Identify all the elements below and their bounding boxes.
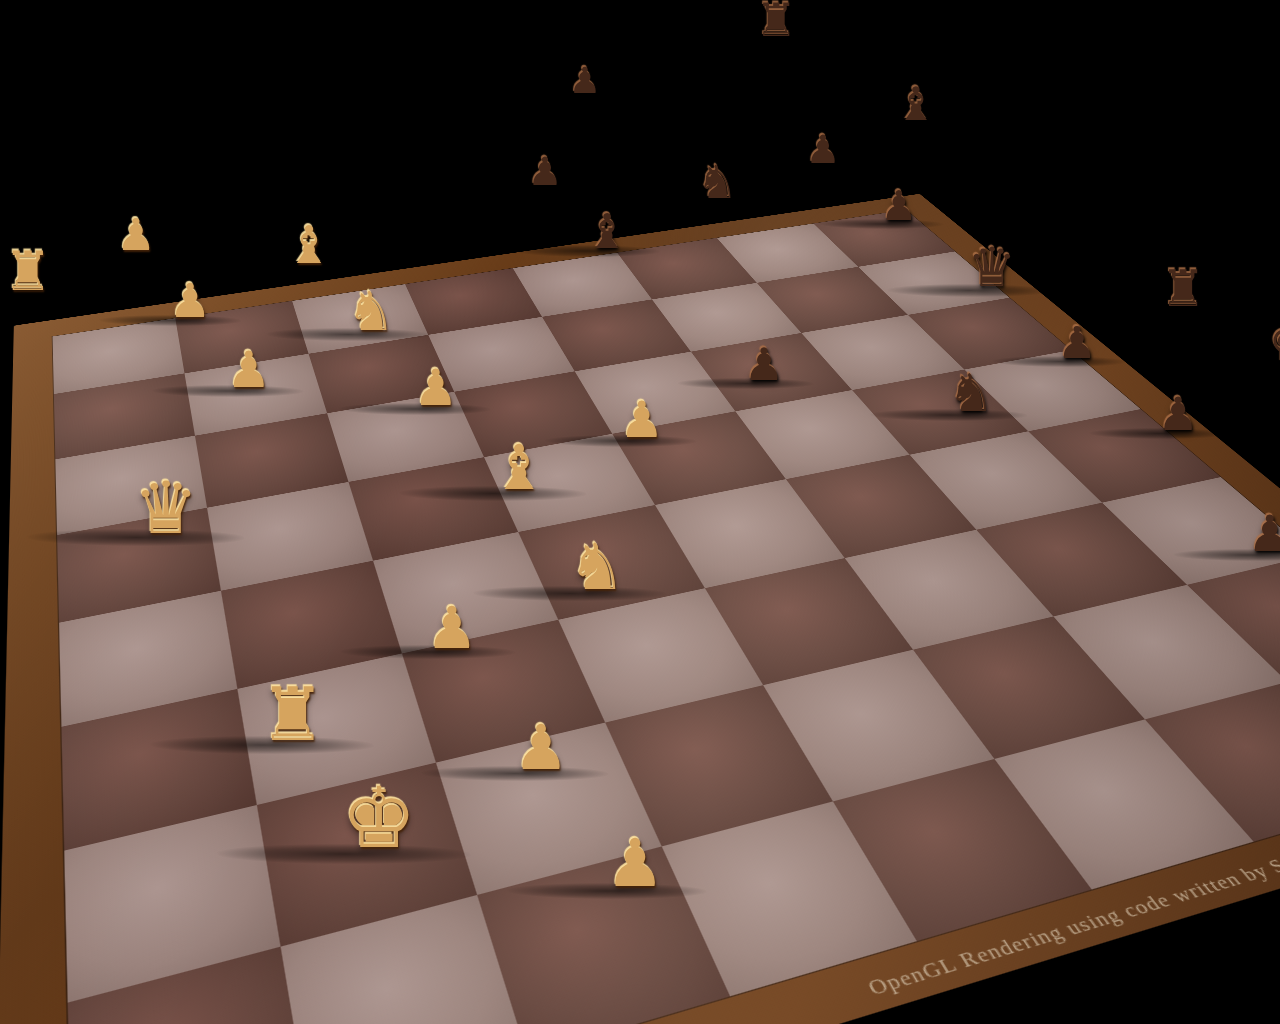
black-queen-glyph: ♛ xyxy=(938,241,1046,295)
piece-white-pawn-e4[interactable]: ♟ xyxy=(592,395,692,445)
black-pawn-glyph: ♟ xyxy=(1033,321,1121,365)
piece-black-pawn-b5[interactable]: ♟ xyxy=(506,152,584,191)
piece-white-pawn-g2[interactable]: ♟ xyxy=(479,717,603,779)
black-pawn-glyph: ♟ xyxy=(506,152,584,191)
black-rook-glyph: ♜ xyxy=(730,0,822,43)
piece-white-pawn-d3[interactable]: ♟ xyxy=(386,363,486,413)
white-pawn-glyph: ♟ xyxy=(199,345,299,395)
white-pawn-glyph: ♟ xyxy=(92,213,180,257)
black-pawn-glyph: ♟ xyxy=(1132,391,1224,437)
white-pawn-glyph: ♟ xyxy=(386,363,486,413)
black-pawn-glyph: ♟ xyxy=(1220,509,1280,559)
black-pawn-glyph: ♟ xyxy=(719,342,809,387)
piece-black-pawn-f7[interactable]: ♟ xyxy=(1033,321,1121,365)
piece-white-rook-b1[interactable]: ♜ xyxy=(0,245,82,299)
piece-white-pawn-b2[interactable]: ♟ xyxy=(143,277,237,324)
piece-black-pawn-h6[interactable]: ♟ xyxy=(1220,509,1280,559)
black-knight-glyph: ♞ xyxy=(671,159,763,205)
white-rook-glyph: ♜ xyxy=(0,245,82,299)
black-king-glyph: ♚ xyxy=(1237,315,1280,371)
piece-black-rook-f8[interactable]: ♜ xyxy=(1133,264,1233,314)
piece-white-pawn-f2[interactable]: ♟ xyxy=(394,599,510,657)
white-king-glyph: ♚ xyxy=(295,776,463,860)
piece-black-bishop-c5[interactable]: ♝ xyxy=(559,207,655,255)
piece-white-knight-f3[interactable]: ♞ xyxy=(533,535,661,599)
black-bishop-glyph: ♝ xyxy=(559,207,655,255)
piece-white-pawn-a2[interactable]: ♟ xyxy=(92,213,180,257)
white-pawn-glyph: ♟ xyxy=(592,395,692,445)
piece-white-queen-d1[interactable]: ♛ xyxy=(94,472,238,544)
piece-black-pawn-d7[interactable]: ♟ xyxy=(858,186,940,227)
piece-white-knight-c3[interactable]: ♞ xyxy=(317,285,425,339)
piece-black-bishop-c8[interactable]: ♝ xyxy=(870,81,962,127)
piece-black-king-g8[interactable]: ♚ xyxy=(1237,315,1280,371)
black-pawn-glyph: ♟ xyxy=(549,63,621,99)
white-pawn-glyph: ♟ xyxy=(394,599,510,657)
piece-black-pawn-g7[interactable]: ♟ xyxy=(1132,391,1224,437)
piece-white-bishop-b3[interactable]: ♝ xyxy=(257,219,361,271)
white-pawn-glyph: ♟ xyxy=(569,831,701,897)
white-bishop-glyph: ♝ xyxy=(257,219,361,271)
black-pawn-glyph: ♟ xyxy=(858,186,940,227)
piece-black-pawn-c7[interactable]: ♟ xyxy=(784,130,862,169)
white-pawn-glyph: ♟ xyxy=(143,277,237,324)
white-knight-glyph: ♞ xyxy=(533,535,661,599)
white-rook-glyph: ♜ xyxy=(219,677,367,751)
piece-white-king-g1[interactable]: ♚ xyxy=(295,776,463,860)
piece-black-pawn-a6[interactable]: ♟ xyxy=(549,63,621,99)
piece-black-pawn-e5[interactable]: ♟ xyxy=(719,342,809,387)
white-bishop-glyph: ♝ xyxy=(457,437,581,499)
black-bishop-glyph: ♝ xyxy=(870,81,962,127)
piece-black-queen-e7[interactable]: ♛ xyxy=(938,241,1046,295)
white-queen-glyph: ♛ xyxy=(94,472,238,544)
chess-scene: OpenGL Rendering using code written by S… xyxy=(0,0,1280,1024)
piece-white-pawn-h2[interactable]: ♟ xyxy=(569,831,701,897)
piece-white-rook-f1[interactable]: ♜ xyxy=(219,677,367,751)
piece-black-knight-f6[interactable]: ♞ xyxy=(919,367,1023,419)
white-pawn-glyph: ♟ xyxy=(479,717,603,779)
black-pawn-glyph: ♟ xyxy=(784,130,862,169)
piece-white-pawn-c2[interactable]: ♟ xyxy=(199,345,299,395)
black-knight-glyph: ♞ xyxy=(919,367,1023,419)
white-knight-glyph: ♞ xyxy=(317,285,425,339)
piece-white-bishop-e3[interactable]: ♝ xyxy=(457,437,581,499)
black-rook-glyph: ♜ xyxy=(1133,264,1233,314)
piece-black-knight-c6[interactable]: ♞ xyxy=(671,159,763,205)
piece-black-rook-a8[interactable]: ♜ xyxy=(730,0,822,43)
